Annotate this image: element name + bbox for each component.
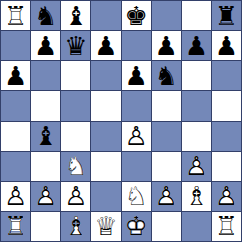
black-queen-piece: ♛ [61, 31, 90, 60]
square-b3[interactable] [31, 152, 60, 181]
white-knight-piece: ♞♘ [61, 152, 90, 181]
white-pawn-piece: ♟♙ [212, 182, 241, 211]
square-a3[interactable] [1, 152, 30, 181]
square-g1[interactable] [182, 212, 211, 241]
square-e6[interactable]: ♟ [122, 61, 151, 90]
black-rook-piece: ♜ [212, 1, 241, 30]
square-d1[interactable]: ♛♕ [91, 212, 120, 241]
black-pawn-piece: ♟ [31, 31, 60, 60]
square-h2[interactable]: ♟♙ [212, 182, 241, 211]
square-f3[interactable] [152, 152, 181, 181]
white-queen-piece: ♛♕ [91, 212, 120, 241]
square-h3[interactable] [212, 152, 241, 181]
square-d8[interactable] [91, 1, 120, 30]
square-d6[interactable] [91, 61, 120, 90]
white-bishop-piece: ♝♗ [182, 182, 211, 211]
square-b1[interactable] [31, 212, 60, 241]
square-g5[interactable] [182, 91, 211, 120]
square-g7[interactable]: ♟ [182, 31, 211, 60]
square-b4[interactable]: ♝ [31, 122, 60, 151]
square-h6[interactable] [212, 61, 241, 90]
white-pawn-piece: ♟♙ [152, 182, 181, 211]
square-d2[interactable] [91, 182, 120, 211]
black-king-piece: ♚ [122, 1, 151, 30]
square-h1[interactable]: ♜♖ [212, 212, 241, 241]
square-g2[interactable]: ♝♗ [182, 182, 211, 211]
square-c2[interactable]: ♟♙ [61, 182, 90, 211]
square-e3[interactable] [122, 152, 151, 181]
square-b2[interactable]: ♟♙ [31, 182, 60, 211]
square-a2[interactable]: ♟♙ [1, 182, 30, 211]
black-knight-piece: ♞ [31, 1, 60, 30]
square-e8[interactable]: ♚ [122, 1, 151, 30]
square-f2[interactable]: ♟♙ [152, 182, 181, 211]
black-pawn-piece: ♟ [152, 31, 181, 60]
square-a7[interactable] [1, 31, 30, 60]
white-pawn-piece: ♟♙ [61, 182, 90, 211]
square-c6[interactable] [61, 61, 90, 90]
square-g3[interactable]: ♟♙ [182, 152, 211, 181]
white-bishop-piece: ♝♗ [61, 212, 90, 241]
square-e2[interactable]: ♞♘ [122, 182, 151, 211]
black-pawn-piece: ♟ [91, 31, 120, 60]
black-knight-piece: ♞ [152, 61, 181, 90]
white-knight-piece: ♞♘ [122, 182, 151, 211]
square-c5[interactable] [61, 91, 90, 120]
square-b7[interactable]: ♟ [31, 31, 60, 60]
square-b6[interactable] [31, 61, 60, 90]
white-pawn-piece: ♟♙ [182, 152, 211, 181]
white-pawn-piece: ♟♙ [122, 122, 151, 151]
square-e7[interactable] [122, 31, 151, 60]
square-e5[interactable] [122, 91, 151, 120]
white-pawn-piece: ♟♙ [1, 182, 30, 211]
white-rook-piece: ♜♖ [1, 212, 30, 241]
square-a1[interactable]: ♜♖ [1, 212, 30, 241]
square-f4[interactable] [152, 122, 181, 151]
square-a5[interactable] [1, 91, 30, 120]
white-pawn-piece: ♟♙ [31, 182, 60, 211]
black-pawn-piece: ♟ [122, 61, 151, 90]
square-a6[interactable]: ♟ [1, 61, 30, 90]
square-a8[interactable]: ♜♖ [1, 1, 30, 30]
black-pawn-piece: ♟ [1, 61, 30, 90]
square-d4[interactable] [91, 122, 120, 151]
square-e4[interactable]: ♟♙ [122, 122, 151, 151]
square-g4[interactable] [182, 122, 211, 151]
square-e1[interactable]: ♚♔ [122, 212, 151, 241]
white-rook-piece: ♜♖ [212, 212, 241, 241]
square-c1[interactable]: ♝♗ [61, 212, 90, 241]
square-b8[interactable]: ♞ [31, 1, 60, 30]
square-g6[interactable] [182, 61, 211, 90]
black-pawn-piece: ♟ [212, 31, 241, 60]
square-a4[interactable] [1, 122, 30, 151]
white-rook-piece: ♜♖ [1, 1, 30, 30]
square-c4[interactable] [61, 122, 90, 151]
black-bishop-piece: ♝ [31, 122, 60, 151]
square-c7[interactable]: ♛ [61, 31, 90, 60]
square-d5[interactable] [91, 91, 120, 120]
square-f6[interactable]: ♞ [152, 61, 181, 90]
black-pawn-piece: ♟ [182, 31, 211, 60]
square-f1[interactable] [152, 212, 181, 241]
square-g8[interactable] [182, 1, 211, 30]
square-f5[interactable] [152, 91, 181, 120]
square-c8[interactable]: ♝ [61, 1, 90, 30]
square-h7[interactable]: ♟ [212, 31, 241, 60]
square-h5[interactable] [212, 91, 241, 120]
square-f8[interactable] [152, 1, 181, 30]
black-bishop-piece: ♝ [61, 1, 90, 30]
white-king-piece: ♚♔ [122, 212, 151, 241]
square-b5[interactable] [31, 91, 60, 120]
square-h4[interactable] [212, 122, 241, 151]
square-h8[interactable]: ♜ [212, 1, 241, 30]
square-f7[interactable]: ♟ [152, 31, 181, 60]
square-c3[interactable]: ♞♘ [61, 152, 90, 181]
square-d7[interactable]: ♟ [91, 31, 120, 60]
square-d3[interactable] [91, 152, 120, 181]
chess-board: ♜♖♞♝♚♜♟♛♟♟♟♟♟♟♞♝♟♙♞♘♟♙♟♙♟♙♟♙♞♘♟♙♝♗♟♙♜♖♝♗… [0, 0, 242, 242]
